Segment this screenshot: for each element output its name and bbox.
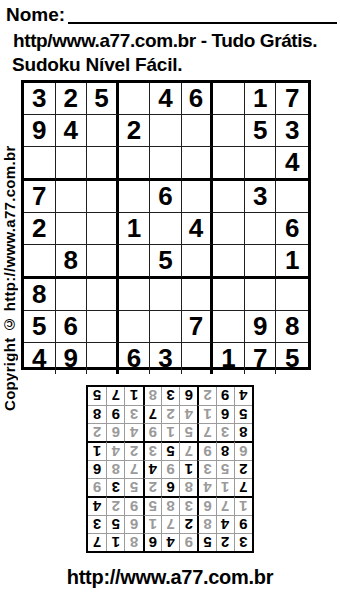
solution-cell-r5c9: 6 [88, 460, 106, 478]
puzzle-cell-r9c8[interactable]: 7 [245, 343, 277, 374]
puzzle-cell-r1c7[interactable] [213, 83, 245, 115]
solution-cell-r5c6: 4 [143, 460, 161, 478]
puzzle-cell-r9c1[interactable]: 4 [24, 343, 56, 374]
puzzle-cell-r1c1[interactable]: 3 [24, 83, 56, 115]
solution-cell-r3c4: 3 [179, 496, 197, 515]
solution-cell-r4c9: 9 [88, 478, 106, 496]
solution-cell-r2c5: 7 [161, 515, 179, 533]
solution-cell-r5c1: 2 [234, 460, 252, 478]
puzzle-grid: 325461794253476321468518567984963175 [21, 80, 311, 370]
solution-cell-r7c8: 6 [106, 423, 124, 441]
solution-cell-r9c2: 9 [216, 387, 234, 405]
solution-cell-r3c6: 5 [143, 496, 161, 515]
puzzle-cell-r5c5[interactable] [150, 213, 182, 245]
puzzle-cell-r3c3[interactable] [87, 147, 119, 181]
puzzle-cell-r4c7[interactable] [213, 181, 245, 213]
solution-cell-r2c8: 5 [106, 515, 124, 533]
solution-cell-r7c3: 7 [197, 423, 215, 441]
solution-cell-r1c6: 6 [143, 533, 161, 551]
puzzle-cell-r4c5[interactable]: 6 [150, 181, 182, 213]
solution-cell-r9c5: 3 [161, 387, 179, 405]
puzzle-cell-r6c7[interactable] [213, 245, 245, 279]
puzzle-cell-r3c8[interactable] [245, 147, 277, 181]
solution-cell-r5c5: 9 [161, 460, 179, 478]
puzzle-cell-r8c1[interactable]: 5 [24, 311, 56, 343]
puzzle-cell-r6c8[interactable] [245, 245, 277, 279]
puzzle-cell-r2c6[interactable] [182, 115, 214, 147]
puzzle-cell-r2c9[interactable]: 3 [276, 115, 308, 147]
solution-cell-r5c2: 5 [216, 460, 234, 478]
solution-cell-r5c8: 8 [106, 460, 124, 478]
puzzle-cell-r1c2[interactable]: 2 [56, 83, 88, 115]
puzzle-title: Sudoku Nível Fácil. [12, 54, 182, 76]
solution-cell-r9c1: 4 [234, 387, 252, 405]
puzzle-cell-r8c9[interactable]: 8 [276, 311, 308, 343]
footer-url: http://www.a77.com.br [0, 566, 340, 589]
puzzle-cell-r5c2[interactable] [56, 213, 88, 245]
site-tagline: http/www.a77.com.br - Tudo Grátis. [13, 30, 317, 52]
puzzle-cell-r5c9[interactable]: 6 [276, 213, 308, 245]
puzzle-cell-r5c4[interactable]: 1 [119, 213, 151, 245]
solution-cell-r6c4: 7 [179, 441, 197, 460]
solution-cell-r1c2: 2 [216, 533, 234, 551]
solution-cell-r7c2: 3 [216, 423, 234, 441]
solution-cell-r8c9: 8 [88, 405, 106, 423]
solution-cell-r9c3: 2 [197, 387, 215, 405]
puzzle-cell-r5c3[interactable] [87, 213, 119, 245]
puzzle-cell-r6c9[interactable]: 1 [276, 245, 308, 279]
puzzle-cell-r3c9[interactable]: 4 [276, 147, 308, 181]
puzzle-cell-r2c4[interactable]: 2 [119, 115, 151, 147]
solution-cell-r2c4: 2 [179, 515, 197, 533]
solution-cell-r7c7: 4 [124, 423, 142, 441]
solution-cell-r7c9: 2 [88, 423, 106, 441]
puzzle-cell-r7c6[interactable] [182, 279, 214, 311]
sudoku-worksheet-page: Nome: http/www.a77.com.br - Tudo Grátis.… [0, 0, 340, 596]
solution-cell-r6c8: 4 [106, 441, 124, 460]
puzzle-cell-r1c9[interactable]: 7 [276, 83, 308, 115]
puzzle-cell-r9c3[interactable] [87, 343, 119, 374]
solution-cell-r7c5: 1 [161, 423, 179, 441]
solution-cell-r9c9: 5 [88, 387, 106, 405]
puzzle-cell-r4c3[interactable] [87, 181, 119, 213]
solution-cell-r3c5: 8 [161, 496, 179, 515]
puzzle-cell-r2c8[interactable]: 5 [245, 115, 277, 147]
solution-cell-r2c1: 9 [234, 515, 252, 533]
puzzle-cell-r4c6[interactable] [182, 181, 214, 213]
puzzle-cell-r6c2[interactable]: 8 [56, 245, 88, 279]
solution-cell-r3c3: 6 [197, 496, 215, 515]
puzzle-cell-r5c6[interactable]: 4 [182, 213, 214, 245]
puzzle-cell-r1c8[interactable]: 1 [245, 83, 277, 115]
solution-cell-r9c7: 1 [124, 387, 142, 405]
puzzle-cell-r2c3[interactable] [87, 115, 119, 147]
solution-cell-r3c1: 1 [234, 496, 252, 515]
puzzle-cell-r7c3[interactable] [87, 279, 119, 311]
solution-cell-r2c9: 3 [88, 515, 106, 533]
solution-cell-r4c3: 4 [197, 478, 215, 496]
solution-cell-r8c2: 6 [216, 405, 234, 423]
solution-cell-r4c8: 3 [106, 478, 124, 496]
solution-cell-r6c3: 9 [197, 441, 215, 460]
solution-cell-r3c8: 2 [106, 496, 124, 515]
puzzle-cell-r6c1[interactable] [24, 245, 56, 279]
solution-cell-r1c7: 8 [124, 533, 142, 551]
puzzle-cell-r2c7[interactable] [213, 115, 245, 147]
puzzle-cell-r2c5[interactable] [150, 115, 182, 147]
solution-cell-r6c5: 5 [161, 441, 179, 460]
solution-cell-r4c4: 8 [179, 478, 197, 496]
puzzle-cell-r9c7[interactable]: 1 [213, 343, 245, 374]
puzzle-cell-r9c2[interactable]: 9 [56, 343, 88, 374]
puzzle-cell-r9c5[interactable]: 3 [150, 343, 182, 374]
solution-cell-r7c6: 9 [143, 423, 161, 441]
solution-cell-r8c5: 2 [161, 405, 179, 423]
solution-cell-r2c2: 4 [216, 515, 234, 533]
puzzle-cell-r5c1[interactable]: 2 [24, 213, 56, 245]
solution-cell-r6c2: 8 [216, 441, 234, 460]
puzzle-cell-r7c4[interactable] [119, 279, 151, 311]
puzzle-cell-r7c9[interactable] [276, 279, 308, 311]
solution-cell-r1c8: 1 [106, 533, 124, 551]
puzzle-cell-r3c7[interactable] [213, 147, 245, 181]
solution-cell-r3c7: 9 [124, 496, 142, 515]
puzzle-cell-r8c7[interactable] [213, 311, 245, 343]
puzzle-cell-r7c7[interactable] [213, 279, 245, 311]
solution-cell-r4c1: 7 [234, 478, 252, 496]
solution-cell-r2c3: 8 [197, 515, 215, 533]
solution-cell-r3c9: 4 [88, 496, 106, 515]
puzzle-cell-r6c3[interactable] [87, 245, 119, 279]
puzzle-cell-r7c5[interactable] [150, 279, 182, 311]
solution-cell-r6c1: 6 [234, 441, 252, 460]
solution-cell-r4c6: 2 [143, 478, 161, 496]
puzzle-cell-r7c2[interactable] [56, 279, 88, 311]
puzzle-cell-r4c9[interactable] [276, 181, 308, 213]
solution-cell-r5c4: 1 [179, 460, 197, 478]
puzzle-cell-r4c1[interactable]: 7 [24, 181, 56, 213]
solution-cell-r1c9: 7 [88, 533, 106, 551]
solution-grid-rotated: 3259468179482716531763859247148625392531… [86, 385, 254, 553]
puzzle-cell-r4c4[interactable] [119, 181, 151, 213]
puzzle-cell-r6c6[interactable] [182, 245, 214, 279]
solution-cell-r9c4: 6 [179, 387, 197, 405]
solution-cell-r9c6: 8 [143, 387, 161, 405]
puzzle-cell-r8c4[interactable] [119, 311, 151, 343]
solution-cell-r4c2: 1 [216, 478, 234, 496]
puzzle-cell-r8c8[interactable]: 9 [245, 311, 277, 343]
puzzle-cell-r8c6[interactable]: 7 [182, 311, 214, 343]
puzzle-cell-r3c2[interactable] [56, 147, 88, 181]
puzzle-cell-r5c8[interactable] [245, 213, 277, 245]
solution-cell-r1c4: 9 [179, 533, 197, 551]
puzzle-cell-r2c2[interactable]: 4 [56, 115, 88, 147]
puzzle-cell-r9c6[interactable] [182, 343, 214, 374]
puzzle-cell-r8c5[interactable] [150, 311, 182, 343]
puzzle-cell-r7c8[interactable] [245, 279, 277, 311]
puzzle-cell-r8c2[interactable]: 6 [56, 311, 88, 343]
solution-cell-r5c7: 7 [124, 460, 142, 478]
solution-cell-r4c5: 6 [161, 478, 179, 496]
solution-cell-r2c6: 1 [143, 515, 161, 533]
name-row: Nome: [6, 4, 337, 26]
puzzle-cell-r1c3[interactable]: 5 [87, 83, 119, 115]
puzzle-cell-r4c2[interactable] [56, 181, 88, 213]
solution-cell-r8c8: 9 [106, 405, 124, 423]
puzzle-cell-r9c9[interactable]: 5 [276, 343, 308, 374]
solution-cell-r1c5: 4 [161, 533, 179, 551]
puzzle-cell-r2c1[interactable]: 9 [24, 115, 56, 147]
solution-cell-r6c9: 1 [88, 441, 106, 460]
puzzle-cell-r1c5[interactable]: 4 [150, 83, 182, 115]
solution-cell-r1c3: 5 [197, 533, 215, 551]
puzzle-cell-r5c7[interactable] [213, 213, 245, 245]
solution-cell-r8c6: 7 [143, 405, 161, 423]
solution-cell-r8c3: 1 [197, 405, 215, 423]
solution-cell-r6c6: 3 [143, 441, 161, 460]
solution-cell-r6c7: 2 [124, 441, 142, 460]
solution-cell-r7c1: 8 [234, 423, 252, 441]
name-blank-line[interactable] [68, 6, 337, 24]
puzzle-cell-r7c1[interactable]: 8 [24, 279, 56, 311]
puzzle-cell-r3c1[interactable] [24, 147, 56, 181]
solution-cell-r3c2: 7 [216, 496, 234, 515]
solution-cell-r2c7: 6 [124, 515, 142, 533]
puzzle-cell-r6c5[interactable]: 5 [150, 245, 182, 279]
solution-cell-r8c7: 3 [124, 405, 142, 423]
puzzle-cell-r9c4[interactable]: 6 [119, 343, 151, 374]
solution-cell-r7c4: 5 [179, 423, 197, 441]
solution-cell-r5c3: 3 [197, 460, 215, 478]
copyright-vertical-text: Copyright © http://www.a77.com.br [1, 130, 19, 426]
solution-cell-r8c1: 5 [234, 405, 252, 423]
puzzle-cell-r1c6[interactable]: 6 [182, 83, 214, 115]
puzzle-cell-r3c5[interactable] [150, 147, 182, 181]
puzzle-cell-r3c6[interactable] [182, 147, 214, 181]
puzzle-cell-r8c3[interactable] [87, 311, 119, 343]
solution-cell-r8c4: 4 [179, 405, 197, 423]
solution-cell-r4c7: 5 [124, 478, 142, 496]
solution-cell-r9c8: 7 [106, 387, 124, 405]
puzzle-cell-r6c4[interactable] [119, 245, 151, 279]
puzzle-cell-r4c8[interactable]: 3 [245, 181, 277, 213]
solution-cell-r1c1: 3 [234, 533, 252, 551]
name-label: Nome: [6, 4, 65, 26]
puzzle-cell-r1c4[interactable] [119, 83, 151, 115]
puzzle-cell-r3c4[interactable] [119, 147, 151, 181]
